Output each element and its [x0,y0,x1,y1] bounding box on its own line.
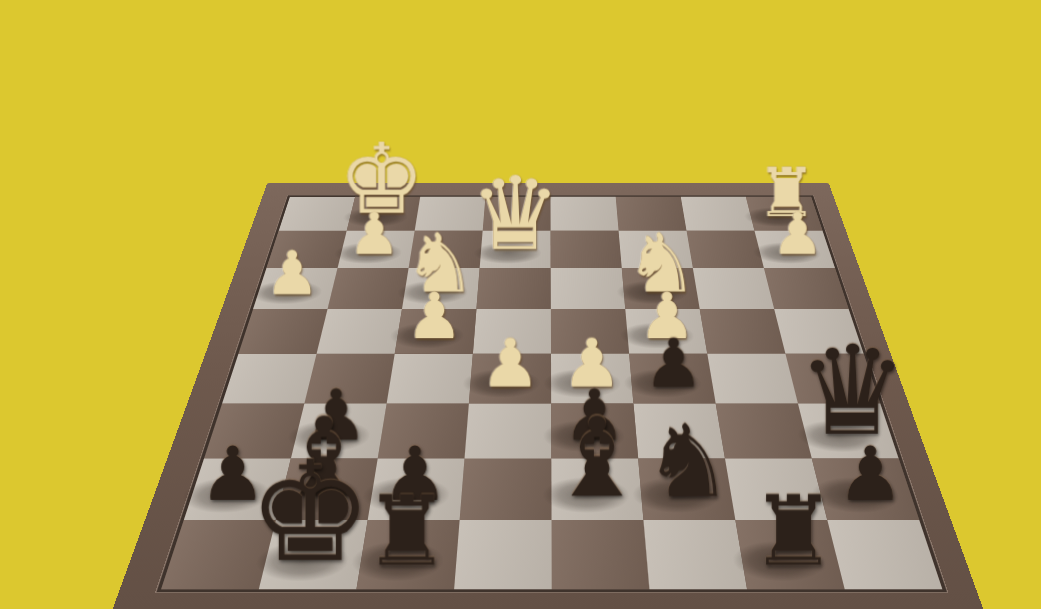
square-a3[interactable] [764,268,849,309]
piece-black-pawn-c5[interactable]: ♟ [643,332,703,396]
square-b5[interactable] [707,354,798,404]
square-c8[interactable] [643,520,747,589]
square-a2[interactable]: ♟ [755,231,835,268]
piece-white-queen-e2[interactable]: ♛ [470,166,561,262]
square-g8[interactable]: ♚ [259,520,368,589]
square-a8[interactable] [827,520,942,589]
square-h4[interactable] [238,309,327,354]
board-grid[interactable]: ♚♜♟♛♟♟♞♞♟♟♟♟♟♟♟♛♟♝♟♝♞♟♚♜♜ [156,195,947,592]
square-g4[interactable] [317,309,402,354]
chess-board: ♚♜♟♛♟♟♞♞♟♟♟♟♟♟♟♛♟♝♟♝♞♟♚♜♜ [110,183,985,609]
square-e8[interactable] [454,520,552,589]
square-e6[interactable] [465,403,552,458]
chess-scene: ♚♜♟♛♟♟♞♞♟♟♟♟♟♟♟♛♟♝♟♝♞♟♚♜♜ [0,0,1041,609]
piece-black-pawn-a7[interactable]: ♟ [837,439,904,510]
piece-black-knight-c7[interactable]: ♞ [643,414,733,509]
square-h3[interactable]: ♟ [253,268,337,309]
square-d8[interactable] [552,520,650,589]
square-d7[interactable]: ♝ [551,459,643,521]
square-b3[interactable] [693,268,774,309]
square-e2[interactable]: ♛ [480,231,551,268]
square-e5[interactable]: ♟ [469,354,551,404]
piece-black-bishop-d7[interactable]: ♝ [548,406,646,510]
square-e3[interactable] [476,268,550,309]
square-b8[interactable]: ♜ [735,520,844,589]
square-f5[interactable] [387,354,473,404]
piece-white-pawn-e5[interactable]: ♟ [480,332,540,396]
square-f4[interactable]: ♟ [395,309,477,354]
piece-black-rook-b8[interactable]: ♜ [750,486,837,578]
square-e7[interactable] [460,459,552,521]
square-g3[interactable] [328,268,409,309]
square-b4[interactable] [700,309,786,354]
piece-white-pawn-f4[interactable]: ♟ [406,286,463,346]
piece-white-pawn-a2[interactable]: ♟ [772,207,824,262]
square-d2[interactable] [551,231,622,268]
piece-black-king-g8[interactable]: ♚ [248,446,372,578]
square-c7[interactable]: ♞ [638,459,735,521]
piece-white-pawn-h3[interactable]: ♟ [265,245,319,303]
piece-white-pawn-g2[interactable]: ♟ [348,207,400,262]
square-d3[interactable] [551,268,626,309]
piece-black-rook-f8[interactable]: ♜ [363,486,450,578]
